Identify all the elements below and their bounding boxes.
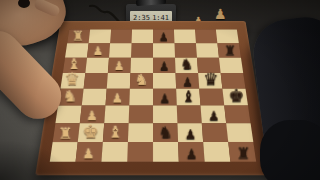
square-d4: ♞ [130,73,153,89]
square-e4 [129,89,153,106]
square-h8: ♜ [228,142,256,162]
table-shadow [0,140,70,180]
square-b3 [109,43,132,57]
square-e1: ♞ [58,89,84,106]
square-d2 [84,73,108,89]
black-king: ♚ [224,87,248,104]
black-pawn: ♟ [179,147,205,160]
square-f6 [177,106,202,124]
square-f5 [153,106,177,124]
board-frame: ♜♟♟♜♝♟♟♞♛♞♟♛♞♟♟♝♚♟♟♜♚♝♞♟♟♟♜ [35,21,271,175]
square-f7: ♟ [201,106,227,124]
square-a1: ♜ [67,30,90,44]
square-b2: ♟ [87,43,110,57]
square-g5: ♞ [153,123,178,142]
square-f8 [224,106,250,124]
black-pawn: ♟ [153,92,177,104]
square-g3: ♝ [103,123,129,142]
chess-board: ♜♟♟♜♝♟♟♞♛♞♟♛♞♟♟♝♚♟♟♜♚♝♞♟♟♟♜ [50,30,256,162]
square-f4 [129,106,153,124]
square-h7 [203,142,230,162]
white-pawn: ♟ [108,60,131,72]
square-a3 [110,30,132,44]
square-a5: ♟ [153,30,174,44]
square-g8 [226,123,253,142]
black-rook: ♜ [230,145,256,160]
clock-rocker-lever [136,0,166,6]
square-h2: ♟ [76,142,103,162]
black-pawn: ♟ [153,31,174,42]
square-e8: ♚ [222,89,248,106]
black-pawn: ♟ [202,110,226,123]
square-h3 [101,142,128,162]
square-c8 [219,58,243,73]
square-a6 [174,30,196,44]
square-b8: ♜ [217,43,241,57]
square-g4 [128,123,153,142]
square-e7 [199,89,224,106]
white-pawn: ♟ [76,147,102,160]
square-h4 [127,142,153,162]
square-b4 [131,43,153,57]
square-g6: ♟ [177,123,203,142]
black-knight: ♞ [153,125,178,141]
white-knight: ♞ [130,73,153,88]
square-c2 [85,58,109,73]
black-queen: ♛ [199,71,222,88]
square-e2 [82,89,107,106]
photo-frame: 2:35 1:41 ♟♟ ♜♟♟♜♝♟♟♞♛♞♟♛♞♟♟♝♚♟♟♜♚♝♞♟♟♟♜ [0,0,320,180]
square-g2: ♚ [78,123,104,142]
square-b7 [196,43,219,57]
square-d5 [153,73,176,89]
white-rook: ♜ [67,29,89,42]
square-b5 [153,43,175,57]
square-a4 [132,30,153,44]
black-bishop: ♝ [177,89,201,104]
square-e3: ♟ [105,89,129,106]
right-player-sleeve [260,120,320,180]
black-pawn: ♟ [176,76,199,88]
square-e6: ♝ [176,89,200,106]
square-f3 [104,106,129,124]
black-knight: ♞ [176,57,199,72]
square-f1 [55,106,81,124]
black-rook: ♜ [219,43,241,56]
white-king: ♚ [78,123,103,141]
white-queen: ♛ [60,71,83,88]
white-pawn: ♟ [87,45,109,56]
square-h6: ♟ [178,142,205,162]
square-d3 [107,73,131,89]
square-d7: ♛ [198,73,222,89]
board-perspective-wrap: ♜♟♟♜♝♟♟♞♛♞♟♛♞♟♟♝♚♟♟♜♚♝♞♟♟♟♜ [50,14,256,172]
square-c6: ♞ [175,58,198,73]
square-a8 [216,30,239,44]
square-a2 [89,30,111,44]
white-rook: ♜ [53,126,78,141]
square-a7 [195,30,217,44]
square-g7 [202,123,228,142]
white-bishop: ♝ [103,125,128,141]
black-pawn: ♟ [178,128,203,141]
square-h5 [153,142,179,162]
black-pawn: ♟ [153,60,176,72]
square-c5: ♟ [153,58,176,73]
square-e5: ♟ [153,89,177,106]
square-c3: ♟ [108,58,131,73]
white-pawn: ♟ [106,92,130,104]
